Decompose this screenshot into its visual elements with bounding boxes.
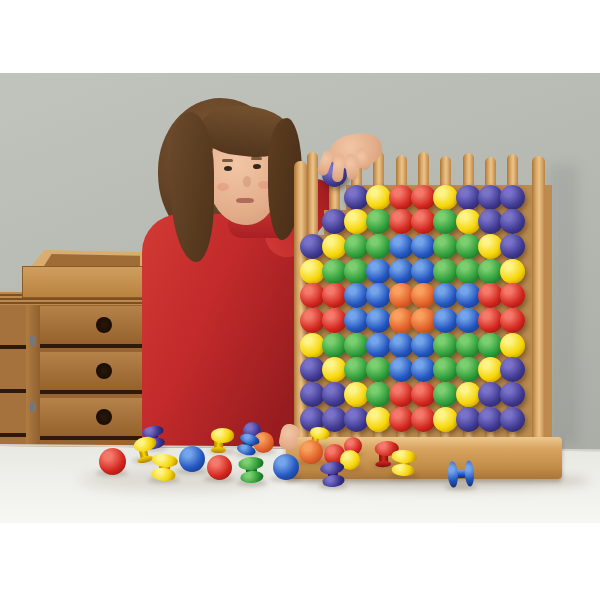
photo-scene: { "game": "giant peg mosaic board (Steck… xyxy=(0,0,600,600)
bottom-white-margin xyxy=(0,523,600,600)
held-ball-group xyxy=(0,0,600,600)
top-white-margin xyxy=(0,0,600,73)
